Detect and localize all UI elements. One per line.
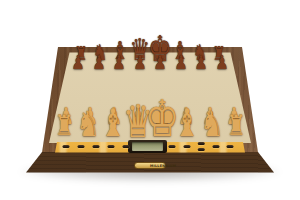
piece-black-pawn[interactable]: ♟: [92, 53, 105, 72]
piece-white-knight[interactable]: ♞: [77, 107, 100, 142]
piece-black-pawn[interactable]: ♟: [215, 53, 228, 72]
chess-computer-scene: MILLENNIUM ♜♞♝♛♚♝♞♜♟♟♟♟♟♟♟♟♟♟♟♟♟♟♟♟♜♞♝♛♚…: [0, 0, 300, 200]
piece-black-pawn[interactable]: ♟: [154, 53, 167, 72]
piece-white-bishop[interactable]: ♝: [174, 104, 200, 142]
piece-black-pawn[interactable]: ♟: [72, 53, 85, 72]
piece-white-knight[interactable]: ♞: [200, 107, 223, 142]
piece-white-rook[interactable]: ♜: [54, 112, 73, 140]
piece-black-pawn[interactable]: ♟: [195, 53, 208, 72]
piece-black-pawn[interactable]: ♟: [174, 53, 187, 72]
piece-black-pawn[interactable]: ♟: [113, 53, 126, 72]
piece-white-rook[interactable]: ♜: [227, 112, 246, 140]
piece-black-pawn[interactable]: ♟: [133, 53, 146, 72]
pieces-layer: ♜♞♝♛♚♝♞♜♟♟♟♟♟♟♟♟♟♟♟♟♟♟♟♟♜♞♝♛♚♝♞♜: [0, 0, 300, 200]
